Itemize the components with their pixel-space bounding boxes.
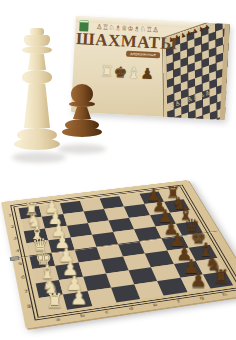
box-art-piece-photo: ♜♚♝♟	[85, 61, 170, 84]
board-zone: ♜♟♟♜♞♟♟♞♝♟♟♝♛♟♟♛♚♟♟♚♝♟♟♝♞♟♟♞♜♟♟♜ 1234567…	[0, 150, 236, 340]
chessboard: ♜♟♟♜♞♟♟♞♝♟♟♝♛♟♟♛♚♟♟♚♝♟♟♝♞♟♟♞♜♟♟♜ 1234567…	[1, 180, 236, 329]
board-wood-frame: ♜♟♟♜♞♟♟♞♝♟♟♝♛♟♟♛♚♟♟♚♝♟♟♝♞♟♟♞♜♟♟♜ 1234567…	[1, 180, 236, 329]
box-art-piece: ♝	[127, 66, 141, 82]
box-art-piece: ♟	[140, 66, 154, 82]
wooden-black-pawn-figure	[60, 84, 104, 152]
rank-label-1: 1	[6, 213, 14, 217]
piece-white-rook: ♜	[42, 290, 67, 311]
product-photo: ♟♟♟♟♟♟♟ ♙♙♙♙♙♙♙ ♙♖♘♗♕♔♗♘♖♙ ШАХМАТЫ дерев…	[0, 0, 236, 340]
square-f5	[140, 238, 167, 253]
box-subtitle-ribbon: деревянные	[126, 51, 160, 59]
square-a8: ♜	[39, 294, 67, 313]
board-pinstripe-border: ♜♟♟♜♞♟♟♞♝♟♟♝♛♟♟♛♚♟♟♚♝♟♟♝♞♟♟♞♜♟♟♜	[10, 185, 236, 321]
wooden-white-king-figure	[14, 28, 60, 164]
square-b8: ♟	[63, 291, 92, 310]
board-grid: ♜♟♟♜♞♟♟♞♝♟♟♝♛♟♟♛♚♟♟♚♝♟♟♝♞♟♟♞♜♟♟♜	[19, 189, 234, 313]
piece-white-pawn: ♟	[67, 287, 92, 308]
piece-black-pawn: ♟	[186, 270, 210, 291]
box-art-piece: ♚	[113, 65, 127, 81]
piece-black-rook: ♜	[209, 266, 233, 286]
box-art-piece: ♜	[100, 64, 114, 80]
